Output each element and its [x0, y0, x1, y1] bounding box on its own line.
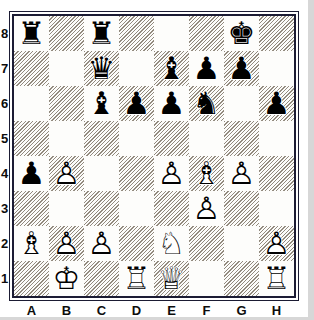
square-d8[interactable]	[119, 16, 154, 51]
square-g5[interactable]	[224, 121, 259, 156]
square-a1[interactable]	[14, 261, 49, 296]
file-label-e: E	[154, 302, 189, 318]
white-bishop-f4: ♝♗	[189, 156, 224, 191]
square-a8[interactable]: ♜♜	[14, 16, 49, 51]
square-a5[interactable]	[14, 121, 49, 156]
piece-glyph: ♜	[14, 16, 49, 51]
rank-labels: 87654321	[0, 16, 9, 296]
rank-label-5: 5	[0, 121, 9, 156]
piece-glyph: ♟	[224, 51, 259, 86]
white-king-b1: ♚♔	[49, 261, 84, 296]
square-a6[interactable]	[14, 86, 49, 121]
square-f3[interactable]: ♟♙	[189, 191, 224, 226]
square-d5[interactable]	[119, 121, 154, 156]
square-e6[interactable]: ♟♟	[154, 86, 189, 121]
piece-glyph: ♕	[154, 261, 189, 296]
piece-glyph: ♙	[224, 156, 259, 191]
white-pawn-g4: ♟♙	[224, 156, 259, 191]
piece-glyph: ♔	[49, 261, 84, 296]
square-g6[interactable]	[224, 86, 259, 121]
piece-glyph: ♝	[84, 86, 119, 121]
piece-glyph: ♚	[224, 16, 259, 51]
file-labels: ABCDEFGH	[14, 302, 294, 318]
white-rook-d1: ♜♖	[119, 261, 154, 296]
piece-glyph: ♖	[119, 261, 154, 296]
black-bishop-c6: ♝♝	[84, 86, 119, 121]
square-d7[interactable]	[119, 51, 154, 86]
piece-glyph: ♘	[154, 226, 189, 261]
black-pawn-a4: ♟♟	[14, 156, 49, 191]
square-e5[interactable]	[154, 121, 189, 156]
square-h2[interactable]: ♟♙	[259, 226, 294, 261]
square-f7[interactable]: ♟♟	[189, 51, 224, 86]
black-king-g8: ♚♚	[224, 16, 259, 51]
black-rook-c8: ♜♜	[84, 16, 119, 51]
piece-glyph: ♝	[154, 51, 189, 86]
square-c7[interactable]: ♛♛	[84, 51, 119, 86]
square-d3[interactable]	[119, 191, 154, 226]
square-f2[interactable]	[189, 226, 224, 261]
square-c8[interactable]: ♜♜	[84, 16, 119, 51]
piece-glyph: ♟	[259, 86, 294, 121]
piece-glyph: ♟	[14, 156, 49, 191]
square-e7[interactable]: ♝♝	[154, 51, 189, 86]
square-a7[interactable]	[14, 51, 49, 86]
square-c4[interactable]	[84, 156, 119, 191]
square-c3[interactable]	[84, 191, 119, 226]
piece-glyph: ♜	[84, 16, 119, 51]
square-d4[interactable]	[119, 156, 154, 191]
square-b4[interactable]: ♟♙	[49, 156, 84, 191]
rank-label-6: 6	[0, 86, 9, 121]
rank-label-4: 4	[0, 156, 9, 191]
piece-glyph: ♖	[259, 261, 294, 296]
file-label-h: H	[259, 302, 294, 318]
black-pawn-h6: ♟♟	[259, 86, 294, 121]
square-d2[interactable]	[119, 226, 154, 261]
white-pawn-e4: ♟♙	[154, 156, 189, 191]
square-c5[interactable]	[84, 121, 119, 156]
white-pawn-b2: ♟♙	[49, 226, 84, 261]
white-queen-e1: ♛♕	[154, 261, 189, 296]
square-d6[interactable]: ♟♟	[119, 86, 154, 121]
chess-board-frame: ♜♜♜♜♚♚♛♛♝♝♟♟♟♟♝♝♟♟♟♟♞♞♟♟♟♟♟♙♟♙♝♗♟♙♟♙♝♗♟♙…	[9, 11, 299, 301]
black-pawn-e6: ♟♟	[154, 86, 189, 121]
piece-glyph: ♟	[189, 51, 224, 86]
page-edge-right-strip	[308, 0, 314, 320]
square-g8[interactable]: ♚♚	[224, 16, 259, 51]
square-h6[interactable]: ♟♟	[259, 86, 294, 121]
rank-label-2: 2	[0, 226, 9, 261]
piece-glyph: ♟	[119, 86, 154, 121]
black-pawn-d6: ♟♟	[119, 86, 154, 121]
piece-glyph: ♞	[189, 86, 224, 121]
square-f4[interactable]: ♝♗	[189, 156, 224, 191]
square-h3[interactable]	[259, 191, 294, 226]
rank-label-3: 3	[0, 191, 9, 226]
piece-glyph: ♙	[259, 226, 294, 261]
white-pawn-c2: ♟♙	[84, 226, 119, 261]
square-g2[interactable]	[224, 226, 259, 261]
square-e8[interactable]	[154, 16, 189, 51]
square-d1[interactable]: ♜♖	[119, 261, 154, 296]
square-f1[interactable]	[189, 261, 224, 296]
square-e1[interactable]: ♛♕	[154, 261, 189, 296]
file-label-c: C	[84, 302, 119, 318]
square-g1[interactable]	[224, 261, 259, 296]
black-knight-f6: ♞♞	[189, 86, 224, 121]
file-label-g: G	[224, 302, 259, 318]
square-g4[interactable]: ♟♙	[224, 156, 259, 191]
square-g3[interactable]	[224, 191, 259, 226]
square-c2[interactable]: ♟♙	[84, 226, 119, 261]
piece-glyph: ♙	[84, 226, 119, 261]
file-label-f: F	[189, 302, 224, 318]
piece-glyph: ♙	[49, 156, 84, 191]
square-h5[interactable]	[259, 121, 294, 156]
square-c1[interactable]	[84, 261, 119, 296]
square-h7[interactable]	[259, 51, 294, 86]
white-knight-e2: ♞♘	[154, 226, 189, 261]
square-e2[interactable]: ♞♘	[154, 226, 189, 261]
square-h8[interactable]	[259, 16, 294, 51]
black-pawn-f7: ♟♟	[189, 51, 224, 86]
square-f8[interactable]	[189, 16, 224, 51]
rank-label-8: 8	[0, 16, 9, 51]
file-label-b: B	[49, 302, 84, 318]
square-b2[interactable]: ♟♙	[49, 226, 84, 261]
piece-glyph: ♛	[84, 51, 119, 86]
white-pawn-h2: ♟♙	[259, 226, 294, 261]
piece-glyph: ♟	[154, 86, 189, 121]
black-bishop-e7: ♝♝	[154, 51, 189, 86]
black-queen-c7: ♛♛	[84, 51, 119, 86]
square-b8[interactable]	[49, 16, 84, 51]
square-a3[interactable]	[14, 191, 49, 226]
square-e4[interactable]: ♟♙	[154, 156, 189, 191]
piece-glyph: ♗	[14, 226, 49, 261]
square-b5[interactable]	[49, 121, 84, 156]
square-b3[interactable]	[49, 191, 84, 226]
square-b6[interactable]	[49, 86, 84, 121]
black-pawn-g7: ♟♟	[224, 51, 259, 86]
square-e3[interactable]	[154, 191, 189, 226]
square-a2[interactable]: ♝♗	[14, 226, 49, 261]
piece-glyph: ♙	[189, 191, 224, 226]
black-rook-a8: ♜♜	[14, 16, 49, 51]
square-f5[interactable]	[189, 121, 224, 156]
chess-diagram-page: 87654321 ♜♜♜♜♚♚♛♛♝♝♟♟♟♟♝♝♟♟♟♟♞♞♟♟♟♟♟♙♟♙♝…	[0, 0, 314, 320]
file-label-d: D	[119, 302, 154, 318]
square-h1[interactable]: ♜♖	[259, 261, 294, 296]
piece-glyph: ♙	[49, 226, 84, 261]
board-grid: ♜♜♜♜♚♚♛♛♝♝♟♟♟♟♝♝♟♟♟♟♞♞♟♟♟♟♟♙♟♙♝♗♟♙♟♙♝♗♟♙…	[12, 14, 296, 298]
square-b1[interactable]: ♚♔	[49, 261, 84, 296]
square-g7[interactable]: ♟♟	[224, 51, 259, 86]
piece-glyph: ♙	[154, 156, 189, 191]
square-b7[interactable]	[49, 51, 84, 86]
file-label-a: A	[14, 302, 49, 318]
white-pawn-f3: ♟♙	[189, 191, 224, 226]
piece-glyph: ♗	[189, 156, 224, 191]
rank-label-7: 7	[0, 51, 9, 86]
square-h4[interactable]	[259, 156, 294, 191]
rank-label-1: 1	[0, 261, 9, 296]
white-pawn-b4: ♟♙	[49, 156, 84, 191]
square-f6[interactable]: ♞♞	[189, 86, 224, 121]
square-a4[interactable]: ♟♟	[14, 156, 49, 191]
white-bishop-a2: ♝♗	[14, 226, 49, 261]
white-rook-h1: ♜♖	[259, 261, 294, 296]
square-c6[interactable]: ♝♝	[84, 86, 119, 121]
